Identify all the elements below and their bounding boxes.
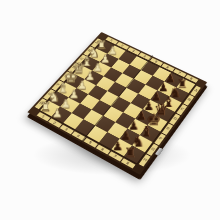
metal-clasp [154,147,163,156]
white-rook[interactable]: ♜ [40,101,51,114]
black-rook[interactable]: ♜ [124,146,136,159]
white-pawn[interactable]: ♟ [52,108,63,120]
chess-board-scene: ♜♟♟♜♞♟♟♞♝♟♟♝♛♟♟♛♚♟♟♚♝♟♟♝♞♟♟♞♜♟♟♜ 1234567… [54,32,184,162]
black-pawn[interactable]: ♟ [112,140,123,152]
product-photo: ♜♟♟♜♞♟♟♞♝♟♟♝♛♟♟♛♚♟♟♚♝♟♟♝♞♟♟♞♜♟♟♜ 1234567… [0,0,220,220]
board-plane: ♜♟♟♜♞♟♟♞♝♟♟♝♛♟♟♛♚♟♟♚♝♟♟♝♞♟♟♞♜♟♟♜ 1234567… [27,32,207,175]
board-grid: ♜♟♟♜♞♟♟♞♝♟♟♝♛♟♟♛♚♟♟♚♝♟♟♝♞♟♟♞♜♟♟♜ [40,40,195,163]
